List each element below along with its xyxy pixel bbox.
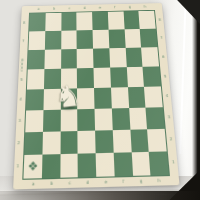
file-label: e xyxy=(99,6,101,9)
square-b6 xyxy=(44,49,61,69)
rank-label: 5 xyxy=(164,74,167,78)
file-label: c xyxy=(68,7,70,10)
square-c8 xyxy=(61,12,77,30)
square-a8 xyxy=(29,13,45,31)
square-e1 xyxy=(96,153,115,177)
file-labels-bottom: abcdefgh xyxy=(24,178,168,186)
rank-label: 1 xyxy=(172,160,175,165)
square-b8 xyxy=(45,13,61,31)
square-a3 xyxy=(25,110,43,132)
square-e7 xyxy=(93,30,110,49)
rank-label: 2 xyxy=(17,141,20,145)
board-grid: ♞❖ xyxy=(22,10,170,180)
vinyl-chess-mat: abcdefgh abcdefgh 87654321 87654321 ılıı… xyxy=(13,3,179,189)
square-f2 xyxy=(112,130,131,153)
file-label: a xyxy=(32,182,35,187)
file-label: b xyxy=(50,181,53,186)
square-e2 xyxy=(95,130,113,153)
square-e6 xyxy=(93,48,110,68)
square-a7 xyxy=(28,31,45,50)
rank-label: 6 xyxy=(162,55,165,59)
square-a5 xyxy=(27,69,44,90)
square-g7 xyxy=(124,29,141,48)
rank-label: 7 xyxy=(22,40,25,44)
square-c4: ♞ xyxy=(60,88,77,109)
square-b1 xyxy=(42,154,60,178)
white-knight-piece: ♞ xyxy=(54,82,83,110)
square-c7 xyxy=(61,30,77,49)
square-h3 xyxy=(146,107,165,129)
square-g1 xyxy=(131,152,150,176)
file-label: h xyxy=(158,179,161,184)
square-e8 xyxy=(92,12,108,30)
rank-label: 2 xyxy=(170,137,173,141)
square-g8 xyxy=(123,11,140,29)
square-f4 xyxy=(111,87,129,108)
rank-label: 4 xyxy=(19,98,22,102)
square-a2 xyxy=(24,132,42,155)
square-f1 xyxy=(113,152,132,176)
square-h7 xyxy=(140,29,157,48)
square-a4 xyxy=(26,89,44,110)
file-label: e xyxy=(104,180,107,185)
square-e3 xyxy=(95,108,113,130)
square-d6 xyxy=(77,49,94,69)
square-b7 xyxy=(45,31,61,50)
square-f7 xyxy=(108,29,125,48)
square-d8 xyxy=(77,12,93,30)
rank-label: 5 xyxy=(20,78,23,82)
square-g2 xyxy=(130,129,149,152)
square-a1: ❖ xyxy=(23,155,42,179)
file-label: f xyxy=(123,180,125,185)
square-f8 xyxy=(108,11,125,29)
file-label: d xyxy=(86,180,89,185)
square-c6 xyxy=(61,49,77,69)
square-f6 xyxy=(109,48,126,68)
rank-label: 4 xyxy=(166,94,169,98)
square-h5 xyxy=(143,66,161,86)
photo-dark-band-bottom xyxy=(0,191,200,200)
square-h8 xyxy=(139,11,156,29)
square-a6 xyxy=(28,50,45,70)
rank-label: 1 xyxy=(16,164,19,169)
square-c2 xyxy=(60,131,78,154)
square-h4 xyxy=(144,86,163,107)
square-b2 xyxy=(42,131,60,154)
rank-label: 8 xyxy=(158,19,161,22)
square-h6 xyxy=(141,47,159,67)
square-g5 xyxy=(126,67,144,87)
square-g6 xyxy=(125,48,142,68)
border-fine-print: ılıılııl xyxy=(20,61,24,71)
file-label: d xyxy=(83,6,85,9)
file-label: g xyxy=(128,5,131,8)
rank-label: 3 xyxy=(168,115,171,119)
square-g3 xyxy=(129,108,148,130)
square-e4 xyxy=(94,88,112,109)
file-label: f xyxy=(114,6,115,9)
chessboard-photo: abcdefgh abcdefgh 87654321 87654321 ılıı… xyxy=(0,0,200,200)
file-label: a xyxy=(37,7,39,10)
square-f3 xyxy=(112,108,130,130)
file-label: h xyxy=(144,5,147,8)
square-d7 xyxy=(77,30,93,49)
square-f5 xyxy=(110,67,128,87)
square-c1 xyxy=(60,154,78,178)
file-label: c xyxy=(68,181,70,186)
rank-label: 3 xyxy=(18,119,21,123)
square-d2 xyxy=(78,131,96,154)
rank-label: 7 xyxy=(160,36,163,40)
file-label: g xyxy=(139,179,142,184)
file-label: b xyxy=(53,7,55,10)
rank-label: 8 xyxy=(23,22,26,25)
square-d1 xyxy=(78,153,96,177)
board-logo-emblem: ❖ xyxy=(23,155,42,179)
photo-dark-edge-right xyxy=(192,0,200,200)
square-e5 xyxy=(93,68,110,88)
square-h1 xyxy=(149,151,169,175)
square-g4 xyxy=(127,87,145,108)
square-h2 xyxy=(147,129,166,152)
